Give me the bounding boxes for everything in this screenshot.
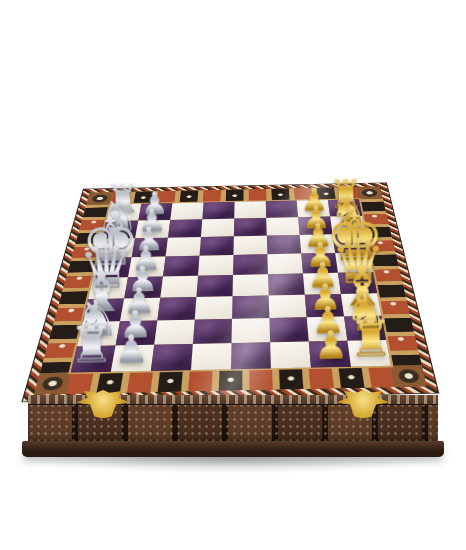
square-c3[interactable] [269,295,307,318]
square-a7[interactable]: ♟ [111,345,154,372]
piece-silver-rook[interactable]: ♜ [68,319,114,370]
square-f3[interactable] [267,235,302,254]
square-f5[interactable] [200,236,234,255]
board-squares: ♜♟♟♜♞♟♟♞♝♟♟♝♚♟♟♚♛♟♟♛♝♟♟♝♞♟♟♞♜♟♟♜ [71,199,391,372]
square-f6[interactable] [166,237,201,257]
square-d4[interactable] [233,274,269,296]
square-c5[interactable] [195,296,233,319]
chess-board: ♜♟♟♜♞♟♟♞♝♟♟♝♚♟♟♚♛♟♟♛♝♟♟♝♞♟♟♞♜♟♟♜ [23,183,438,402]
square-b5[interactable] [193,319,232,344]
storage-box-base [22,441,444,457]
square-a1[interactable]: ♜ [347,340,391,367]
piece-gold-pawn[interactable]: ♟ [313,326,349,365]
square-a5[interactable] [191,343,232,370]
square-d5[interactable] [196,275,233,297]
frame-corner-rosette [391,365,427,387]
square-c4[interactable] [232,295,269,318]
square-b6[interactable] [154,320,194,345]
square-h3[interactable] [266,201,299,218]
storage-box-front [28,395,438,443]
square-h6[interactable] [170,203,203,220]
chess-set-photo: ♜♟♟♜♞♟♟♞♝♟♟♝♚♟♟♚♛♟♟♛♝♟♟♝♞♟♟♞♜♟♟♜ [0,0,466,550]
square-a2[interactable]: ♟ [309,341,351,368]
square-f4[interactable] [233,236,267,255]
piece-gold-rook[interactable]: ♜ [347,313,393,364]
piece-silver-pawn[interactable]: ♟ [113,330,149,369]
square-a8[interactable]: ♜ [71,346,116,373]
square-b4[interactable] [232,318,271,343]
square-a4[interactable] [231,342,271,369]
square-d6[interactable] [160,276,198,298]
square-d3[interactable] [268,274,305,296]
square-h5[interactable] [202,202,234,219]
square-c6[interactable] [157,297,196,320]
square-h4[interactable] [234,201,266,218]
